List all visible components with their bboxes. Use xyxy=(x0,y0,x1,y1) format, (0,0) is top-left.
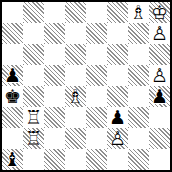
square-f4[interactable] xyxy=(107,86,128,107)
square-a3[interactable] xyxy=(2,107,23,128)
square-f7[interactable] xyxy=(107,23,128,44)
square-d8[interactable] xyxy=(65,2,86,23)
square-e2[interactable] xyxy=(86,128,107,149)
chess-diagram: ♝♗♚♔♟♙♟♟♙♚♝♗♟♜♖♟♜♖♟♙♝ xyxy=(0,0,172,172)
square-c5[interactable] xyxy=(44,65,65,86)
square-d7[interactable] xyxy=(65,23,86,44)
square-e1[interactable] xyxy=(86,149,107,170)
square-e5[interactable] xyxy=(86,65,107,86)
square-g7[interactable] xyxy=(128,23,149,44)
square-d4[interactable]: ♝♗ xyxy=(65,86,86,107)
square-g8[interactable]: ♝♗ xyxy=(128,2,149,23)
square-b3[interactable]: ♜♖ xyxy=(23,107,44,128)
white-rook-icon[interactable]: ♜♖ xyxy=(23,128,44,149)
square-h8[interactable]: ♚♔ xyxy=(149,2,170,23)
square-b8[interactable] xyxy=(23,2,44,23)
square-d6[interactable] xyxy=(65,44,86,65)
square-f5[interactable] xyxy=(107,65,128,86)
black-pawn-icon[interactable]: ♟ xyxy=(2,65,23,86)
square-c3[interactable] xyxy=(44,107,65,128)
square-a8[interactable] xyxy=(2,2,23,23)
square-h6[interactable] xyxy=(149,44,170,65)
square-e6[interactable] xyxy=(86,44,107,65)
square-g6[interactable] xyxy=(128,44,149,65)
square-d5[interactable] xyxy=(65,65,86,86)
square-d1[interactable] xyxy=(65,149,86,170)
white-pawn-icon[interactable]: ♟♙ xyxy=(149,65,170,86)
black-pawn-icon[interactable]: ♟ xyxy=(149,86,170,107)
square-g3[interactable] xyxy=(128,107,149,128)
square-b7[interactable] xyxy=(23,23,44,44)
square-g1[interactable] xyxy=(128,149,149,170)
square-h5[interactable]: ♟♙ xyxy=(149,65,170,86)
square-f8[interactable] xyxy=(107,2,128,23)
square-h4[interactable]: ♟ xyxy=(149,86,170,107)
black-king-icon[interactable]: ♚ xyxy=(2,86,23,107)
square-h1[interactable] xyxy=(149,149,170,170)
square-b5[interactable] xyxy=(23,65,44,86)
square-f1[interactable] xyxy=(107,149,128,170)
square-a2[interactable] xyxy=(2,128,23,149)
square-c6[interactable] xyxy=(44,44,65,65)
square-f2[interactable]: ♟♙ xyxy=(107,128,128,149)
square-h2[interactable] xyxy=(149,128,170,149)
square-a6[interactable] xyxy=(2,44,23,65)
square-f6[interactable] xyxy=(107,44,128,65)
square-c2[interactable] xyxy=(44,128,65,149)
white-pawn-icon[interactable]: ♟♙ xyxy=(149,23,170,44)
square-e4[interactable] xyxy=(86,86,107,107)
square-d3[interactable] xyxy=(65,107,86,128)
square-c7[interactable] xyxy=(44,23,65,44)
square-b2[interactable]: ♜♖ xyxy=(23,128,44,149)
square-a7[interactable] xyxy=(2,23,23,44)
white-bishop-icon[interactable]: ♝♗ xyxy=(65,86,86,107)
square-h3[interactable] xyxy=(149,107,170,128)
square-e7[interactable] xyxy=(86,23,107,44)
square-g5[interactable] xyxy=(128,65,149,86)
square-g2[interactable] xyxy=(128,128,149,149)
square-e3[interactable] xyxy=(86,107,107,128)
chess-board: ♝♗♚♔♟♙♟♟♙♚♝♗♟♜♖♟♜♖♟♙♝ xyxy=(0,0,172,172)
square-h7[interactable]: ♟♙ xyxy=(149,23,170,44)
square-c1[interactable] xyxy=(44,149,65,170)
square-c8[interactable] xyxy=(44,2,65,23)
square-b6[interactable] xyxy=(23,44,44,65)
white-bishop-icon[interactable]: ♝♗ xyxy=(128,2,149,23)
square-b4[interactable] xyxy=(23,86,44,107)
square-e8[interactable] xyxy=(86,2,107,23)
white-rook-icon[interactable]: ♜♖ xyxy=(23,107,44,128)
square-g4[interactable] xyxy=(128,86,149,107)
square-b1[interactable] xyxy=(23,149,44,170)
white-pawn-icon[interactable]: ♟♙ xyxy=(107,128,128,149)
square-a4[interactable]: ♚ xyxy=(2,86,23,107)
square-f3[interactable]: ♟ xyxy=(107,107,128,128)
square-d2[interactable] xyxy=(65,128,86,149)
black-bishop-icon[interactable]: ♝ xyxy=(2,149,23,170)
square-c4[interactable] xyxy=(44,86,65,107)
square-a5[interactable]: ♟ xyxy=(2,65,23,86)
square-a1[interactable]: ♝ xyxy=(2,149,23,170)
white-king-icon[interactable]: ♚♔ xyxy=(149,2,170,23)
black-pawn-icon[interactable]: ♟ xyxy=(107,107,128,128)
